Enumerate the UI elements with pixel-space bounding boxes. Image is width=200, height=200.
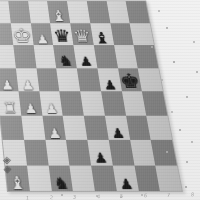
black-pawn-e6: ♟ bbox=[79, 56, 93, 68]
black-queen-d7: ♛ bbox=[52, 29, 72, 45]
square-b6 bbox=[13, 45, 36, 68]
chessboard-photo: ♝♚♟♛♛♝♞♟♟♟♟♚♜♟♟♟♟♟♝♞♟ ◈◈ 12345678 bbox=[0, 0, 200, 200]
square-h8 bbox=[126, 1, 150, 23]
square-h7 bbox=[130, 23, 154, 45]
white-pawn-b4: ♟ bbox=[24, 103, 38, 115]
chess-board: ♝♚♟♛♛♝♞♟♟♟♟♚♜♟♟♟♟♟♝♞♟ bbox=[0, 0, 183, 192]
square-b7: ♚ bbox=[11, 23, 34, 45]
square-b8 bbox=[8, 1, 30, 23]
margin-label: 6 bbox=[143, 192, 147, 198]
white-pawn-a5: ♟ bbox=[0, 79, 14, 91]
square-a3 bbox=[0, 115, 24, 140]
white-king-b7: ♚ bbox=[12, 27, 33, 45]
white-rook-a4: ♜ bbox=[2, 101, 18, 115]
square-h6 bbox=[134, 45, 158, 68]
black-knight-d6: ♞ bbox=[58, 54, 74, 67]
square-h5 bbox=[138, 68, 163, 91]
square-h4 bbox=[142, 91, 167, 115]
white-pawn-c4: ♟ bbox=[44, 103, 59, 115]
black-pawn-f1: ♟ bbox=[119, 178, 135, 192]
margin-label: 3 bbox=[73, 193, 77, 199]
stamp-mark: ◈◈ bbox=[0, 156, 15, 187]
square-h1 bbox=[155, 165, 181, 191]
black-bishop-f7: ♝ bbox=[93, 30, 111, 45]
white-queen-e7: ♛ bbox=[72, 29, 92, 45]
margin-label: 1 bbox=[26, 194, 30, 200]
black-pawn-f3: ♟ bbox=[110, 127, 125, 140]
square-h3 bbox=[146, 115, 172, 140]
black-knight-c1: ♞ bbox=[53, 176, 70, 191]
margin-label: 2 bbox=[49, 194, 53, 200]
margin-label: 5 bbox=[120, 192, 124, 198]
white-bishop-d8: ♝ bbox=[50, 9, 68, 23]
black-pawn-e2: ♟ bbox=[93, 152, 108, 165]
black-pawn-f5: ♟ bbox=[103, 79, 118, 91]
margin-label: 4 bbox=[96, 193, 100, 199]
white-pawn-b5: ♟ bbox=[21, 79, 35, 91]
square-b4: ♟ bbox=[18, 91, 42, 115]
white-pawn-c3: ♟ bbox=[47, 127, 62, 140]
square-h2 bbox=[151, 140, 177, 165]
margin-label: 7 bbox=[167, 191, 171, 197]
square-b5: ♟ bbox=[16, 68, 39, 91]
margin-label: 8 bbox=[190, 191, 194, 197]
black-king-g5: ♚ bbox=[119, 73, 142, 92]
white-pawn-c7: ♟ bbox=[36, 34, 50, 46]
